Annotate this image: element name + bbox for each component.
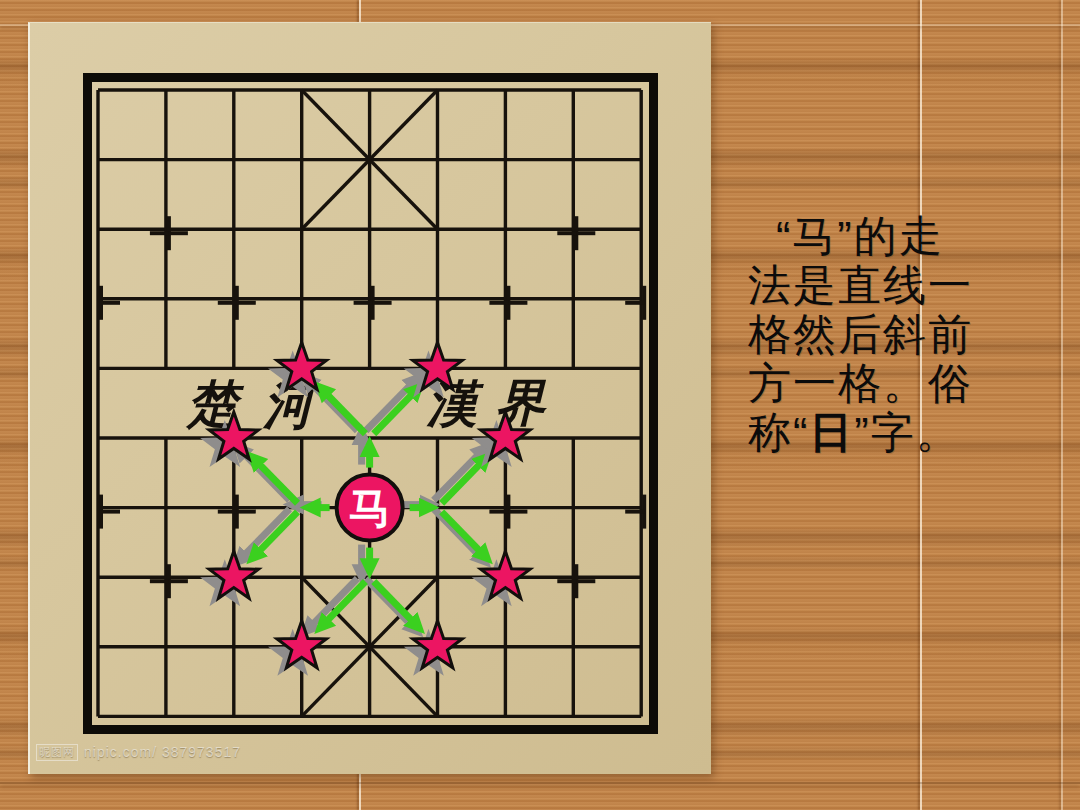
wood-seam: [1061, 0, 1063, 810]
wood-plank-joint: [0, 782, 1080, 784]
watermark-text: nipic.com/ 387973517: [84, 744, 241, 760]
text-line: 格然后斜前: [748, 310, 1008, 359]
board-panel: [28, 22, 711, 774]
text-line: 称“日”字。: [748, 408, 1008, 457]
watermark: 昵图网nipic.com/ 387973517: [36, 744, 241, 761]
text-line: “马”的走: [748, 212, 1008, 261]
slide-canvas: 楚河漢界马 “马”的走 法是直线一 格然后斜前 方一格。俗 称“日”字。 昵图网…: [0, 0, 1080, 810]
nipic-logo: 昵图网: [36, 744, 78, 761]
bold-ri-character: 日: [809, 408, 854, 456]
move-rule-text: “马”的走 法是直线一 格然后斜前 方一格。俗 称“日”字。: [748, 212, 1008, 457]
text-line: 法是直线一: [748, 261, 1008, 310]
text-line: 方一格。俗: [748, 359, 1008, 408]
